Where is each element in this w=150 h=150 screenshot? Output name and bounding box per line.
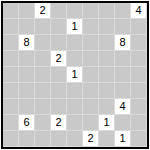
empty-cell-r6c3[interactable] (35, 83, 51, 99)
empty-cell-r4c9[interactable] (131, 51, 147, 67)
empty-cell-r3c9[interactable] (131, 35, 147, 51)
empty-cell-r1c8[interactable] (115, 3, 131, 19)
empty-cell-r8c6[interactable] (83, 115, 99, 131)
minesweeper-board: 2418821462121 (1, 1, 149, 149)
empty-cell-r7c6[interactable] (83, 99, 99, 115)
puzzle-page: 2418821462121 (0, 0, 150, 150)
empty-cell-r5c1[interactable] (3, 67, 19, 83)
empty-cell-r9c1[interactable] (3, 131, 19, 147)
empty-cell-r6c6[interactable] (83, 83, 99, 99)
empty-cell-r4c2[interactable] (19, 51, 35, 67)
empty-cell-r7c7[interactable] (99, 99, 115, 115)
empty-cell-r7c2[interactable] (19, 99, 35, 115)
empty-cell-r7c1[interactable] (3, 99, 19, 115)
empty-cell-r4c1[interactable] (3, 51, 19, 67)
empty-cell-r2c2[interactable] (19, 19, 35, 35)
empty-cell-r8c1[interactable] (3, 115, 19, 131)
empty-cell-r6c7[interactable] (99, 83, 115, 99)
empty-cell-r3c3[interactable] (35, 35, 51, 51)
clue-cell-r3c2: 8 (19, 35, 35, 51)
empty-cell-r5c6[interactable] (83, 67, 99, 83)
empty-cell-r6c2[interactable] (19, 83, 35, 99)
empty-cell-r9c7[interactable] (99, 131, 115, 147)
empty-cell-r1c2[interactable] (19, 3, 35, 19)
empty-cell-r9c4[interactable] (51, 131, 67, 147)
empty-cell-r2c7[interactable] (99, 19, 115, 35)
empty-cell-r4c8[interactable] (115, 51, 131, 67)
empty-cell-r1c4[interactable] (51, 3, 67, 19)
clue-cell-r2c5: 1 (67, 19, 83, 35)
empty-cell-r7c9[interactable] (131, 99, 147, 115)
empty-cell-r2c9[interactable] (131, 19, 147, 35)
empty-cell-r3c1[interactable] (3, 35, 19, 51)
clue-cell-r4c4: 2 (51, 51, 67, 67)
empty-cell-r9c2[interactable] (19, 131, 35, 147)
empty-cell-r1c6[interactable] (83, 3, 99, 19)
empty-cell-r2c8[interactable] (115, 19, 131, 35)
empty-cell-r9c9[interactable] (131, 131, 147, 147)
empty-cell-r1c1[interactable] (3, 3, 19, 19)
empty-cell-r6c5[interactable] (67, 83, 83, 99)
empty-cell-r6c9[interactable] (131, 83, 147, 99)
clue-cell-r8c7: 1 (99, 115, 115, 131)
empty-cell-r4c5[interactable] (67, 51, 83, 67)
empty-cell-r5c2[interactable] (19, 67, 35, 83)
empty-cell-r6c8[interactable] (115, 83, 131, 99)
clue-cell-r5c5: 1 (67, 67, 83, 83)
empty-cell-r4c3[interactable] (35, 51, 51, 67)
clue-cell-r9c8: 1 (115, 131, 131, 147)
empty-cell-r8c9[interactable] (131, 115, 147, 131)
clue-cell-r9c6: 2 (83, 131, 99, 147)
clue-cell-r3c8: 8 (115, 35, 131, 51)
empty-cell-r7c4[interactable] (51, 99, 67, 115)
clue-cell-r1c9: 4 (131, 3, 147, 19)
empty-cell-r1c7[interactable] (99, 3, 115, 19)
empty-cell-r3c7[interactable] (99, 35, 115, 51)
empty-cell-r3c5[interactable] (67, 35, 83, 51)
empty-cell-r2c4[interactable] (51, 19, 67, 35)
empty-cell-r8c5[interactable] (67, 115, 83, 131)
empty-cell-r2c1[interactable] (3, 19, 19, 35)
empty-cell-r5c4[interactable] (51, 67, 67, 83)
empty-cell-r1c5[interactable] (67, 3, 83, 19)
empty-cell-r5c9[interactable] (131, 67, 147, 83)
empty-cell-r7c5[interactable] (67, 99, 83, 115)
empty-cell-r4c6[interactable] (83, 51, 99, 67)
empty-cell-r8c3[interactable] (35, 115, 51, 131)
empty-cell-r9c5[interactable] (67, 131, 83, 147)
empty-cell-r2c3[interactable] (35, 19, 51, 35)
clue-cell-r1c3: 2 (35, 3, 51, 19)
empty-cell-r5c7[interactable] (99, 67, 115, 83)
empty-cell-r9c3[interactable] (35, 131, 51, 147)
empty-cell-r6c1[interactable] (3, 83, 19, 99)
empty-cell-r4c7[interactable] (99, 51, 115, 67)
empty-cell-r5c3[interactable] (35, 67, 51, 83)
empty-cell-r3c6[interactable] (83, 35, 99, 51)
empty-cell-r3c4[interactable] (51, 35, 67, 51)
empty-cell-r6c4[interactable] (51, 83, 67, 99)
empty-cell-r7c3[interactable] (35, 99, 51, 115)
clue-cell-r7c8: 4 (115, 99, 131, 115)
empty-cell-r8c8[interactable] (115, 115, 131, 131)
empty-cell-r2c6[interactable] (83, 19, 99, 35)
clue-cell-r8c2: 6 (19, 115, 35, 131)
clue-cell-r8c4: 2 (51, 115, 67, 131)
empty-cell-r5c8[interactable] (115, 67, 131, 83)
